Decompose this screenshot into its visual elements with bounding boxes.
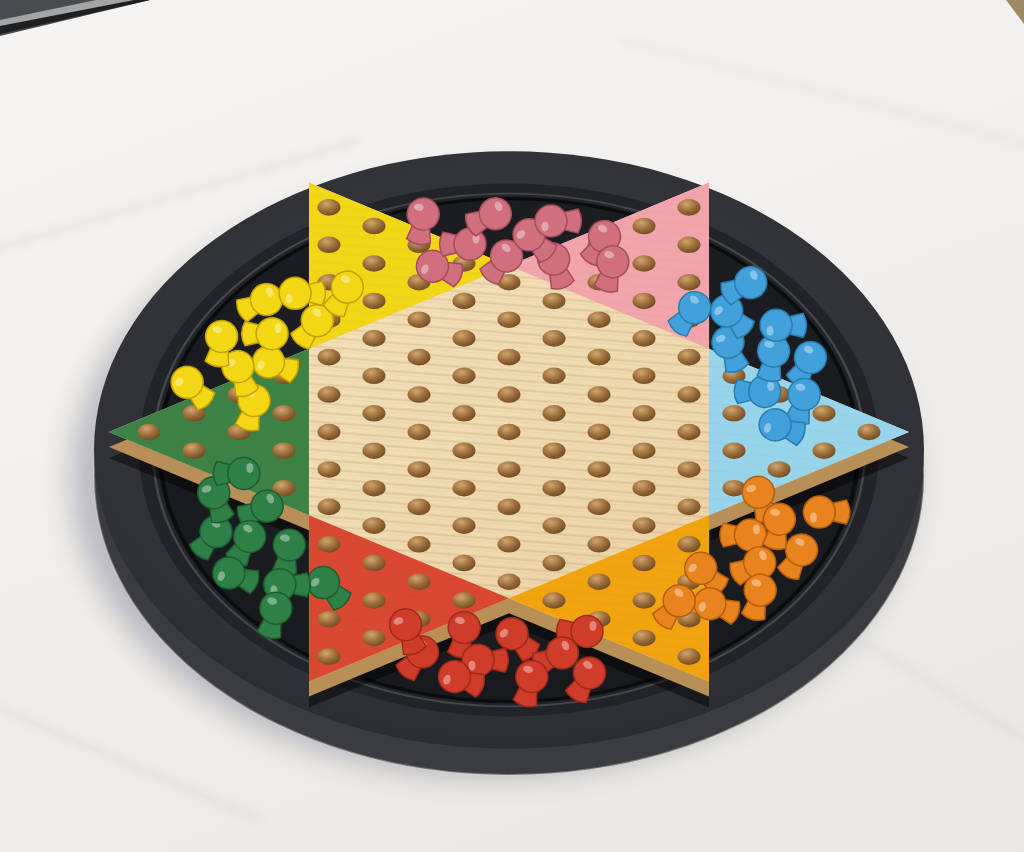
board-hole[interactable] xyxy=(588,311,611,328)
board-hole[interactable] xyxy=(498,386,521,403)
board-hole[interactable] xyxy=(543,517,566,534)
board-hole[interactable] xyxy=(453,480,476,497)
peg-highlight xyxy=(469,661,476,671)
board-hole[interactable] xyxy=(543,293,566,310)
board-hole[interactable] xyxy=(678,349,701,366)
board-hole[interactable] xyxy=(318,424,341,441)
board-hole[interactable] xyxy=(678,536,701,553)
board-hole[interactable] xyxy=(183,442,206,459)
board-hole[interactable] xyxy=(453,555,476,572)
board-hole[interactable] xyxy=(318,536,341,553)
board-hole[interactable] xyxy=(588,536,611,553)
board-hole[interactable] xyxy=(813,442,836,459)
board-hole[interactable] xyxy=(498,461,521,478)
board-hole[interactable] xyxy=(138,424,161,441)
board-hole[interactable] xyxy=(543,368,566,385)
board-hole[interactable] xyxy=(363,405,386,422)
peg-highlight xyxy=(767,326,774,336)
board-hole[interactable] xyxy=(678,386,701,403)
peg-ball xyxy=(571,615,603,647)
board-hole[interactable] xyxy=(453,405,476,422)
board-hole[interactable] xyxy=(588,424,611,441)
peg-highlight xyxy=(246,463,253,473)
board-hole[interactable] xyxy=(318,461,341,478)
board-hole[interactable] xyxy=(678,237,701,254)
board-hole[interactable] xyxy=(633,405,656,422)
board-hole[interactable] xyxy=(453,293,476,310)
board-hole[interactable] xyxy=(318,611,341,628)
board-hole[interactable] xyxy=(318,349,341,366)
board-hole[interactable] xyxy=(453,368,476,385)
board-hole[interactable] xyxy=(273,405,296,422)
board-hole[interactable] xyxy=(588,573,611,590)
peg-ball xyxy=(279,277,311,309)
peg-yellow[interactable] xyxy=(279,277,326,309)
board-hole[interactable] xyxy=(453,442,476,459)
board-hole[interactable] xyxy=(633,293,656,310)
board-hole[interactable] xyxy=(768,461,791,478)
board-hole[interactable] xyxy=(723,405,746,422)
board-hole[interactable] xyxy=(633,630,656,647)
board-hole[interactable] xyxy=(498,349,521,366)
board-hole[interactable] xyxy=(588,499,611,516)
board-hole[interactable] xyxy=(318,386,341,403)
peg-ball xyxy=(803,496,835,528)
board-hole[interactable] xyxy=(453,330,476,347)
board-hole[interactable] xyxy=(543,405,566,422)
board-hole[interactable] xyxy=(498,424,521,441)
board-hole[interactable] xyxy=(813,405,836,422)
board-hole[interactable] xyxy=(633,555,656,572)
board-hole[interactable] xyxy=(588,461,611,478)
peg-highlight xyxy=(810,513,817,523)
board-hole[interactable] xyxy=(408,573,431,590)
peg-highlight xyxy=(542,222,549,232)
board-hole[interactable] xyxy=(543,442,566,459)
board-hole[interactable] xyxy=(633,480,656,497)
board-hole[interactable] xyxy=(678,274,701,291)
board-hole[interactable] xyxy=(408,311,431,328)
board-hole[interactable] xyxy=(588,386,611,403)
photo-scene xyxy=(0,0,1024,852)
board-hole[interactable] xyxy=(453,517,476,534)
peg-ball xyxy=(256,318,288,350)
board-hole[interactable] xyxy=(543,480,566,497)
board-hole[interactable] xyxy=(453,592,476,609)
board-hole[interactable] xyxy=(588,349,611,366)
board-hole[interactable] xyxy=(318,237,341,254)
peg-highlight xyxy=(753,525,760,535)
board-hole[interactable] xyxy=(633,517,656,534)
board-hole[interactable] xyxy=(633,442,656,459)
board-hole[interactable] xyxy=(633,330,656,347)
board-hole[interactable] xyxy=(678,499,701,516)
peg-yellow[interactable] xyxy=(242,318,289,350)
peg-highlight xyxy=(286,294,293,304)
board-hole[interactable] xyxy=(498,573,521,590)
board-hole[interactable] xyxy=(408,386,431,403)
board-hole[interactable] xyxy=(273,442,296,459)
board-hole[interactable] xyxy=(318,499,341,516)
board-hole[interactable] xyxy=(723,442,746,459)
board-hole[interactable] xyxy=(408,536,431,553)
board-hole[interactable] xyxy=(543,555,566,572)
board-hole[interactable] xyxy=(678,461,701,478)
board-hole[interactable] xyxy=(633,592,656,609)
board-hole[interactable] xyxy=(363,255,386,272)
board-hole[interactable] xyxy=(678,199,701,216)
board-hole[interactable] xyxy=(363,293,386,310)
board-hole[interactable] xyxy=(543,330,566,347)
board-hole[interactable] xyxy=(318,648,341,665)
board-hole[interactable] xyxy=(363,517,386,534)
table-object-top-left xyxy=(0,0,150,36)
peg-highlight xyxy=(767,381,774,391)
peg-ball xyxy=(760,309,792,341)
board-hole[interactable] xyxy=(363,330,386,347)
board-hole[interactable] xyxy=(363,592,386,609)
peg-ball xyxy=(228,457,260,489)
table-object-top-right xyxy=(1006,0,1024,24)
board-hole[interactable] xyxy=(633,255,656,272)
chinese-checkers-photo xyxy=(0,0,1024,852)
peg-blue[interactable] xyxy=(760,309,807,341)
board-hole[interactable] xyxy=(408,499,431,516)
board-hole[interactable] xyxy=(363,368,386,385)
board-hole[interactable] xyxy=(678,424,701,441)
peg-orange[interactable] xyxy=(803,496,850,528)
board-hole[interactable] xyxy=(363,480,386,497)
peg-highlight xyxy=(275,323,282,333)
peg-pink[interactable] xyxy=(535,205,582,237)
board-hole[interactable] xyxy=(543,592,566,609)
board-hole[interactable] xyxy=(363,555,386,572)
peg-ball xyxy=(454,228,486,260)
board-hole[interactable] xyxy=(678,648,701,665)
board-hole[interactable] xyxy=(408,424,431,441)
peg-green[interactable] xyxy=(213,457,259,489)
board-hole[interactable] xyxy=(363,630,386,647)
board-hole[interactable] xyxy=(498,311,521,328)
board-hole[interactable] xyxy=(498,536,521,553)
board-hole[interactable] xyxy=(498,499,521,516)
peg-ball xyxy=(535,205,567,237)
board-hole[interactable] xyxy=(408,461,431,478)
board-hole[interactable] xyxy=(858,424,881,441)
peg-highlight xyxy=(590,621,597,631)
board-hole[interactable] xyxy=(633,368,656,385)
board-hole[interactable] xyxy=(408,349,431,366)
board-hole[interactable] xyxy=(363,218,386,235)
board-hole[interactable] xyxy=(318,199,341,216)
board-hole[interactable] xyxy=(633,218,656,235)
board-hole[interactable] xyxy=(363,442,386,459)
